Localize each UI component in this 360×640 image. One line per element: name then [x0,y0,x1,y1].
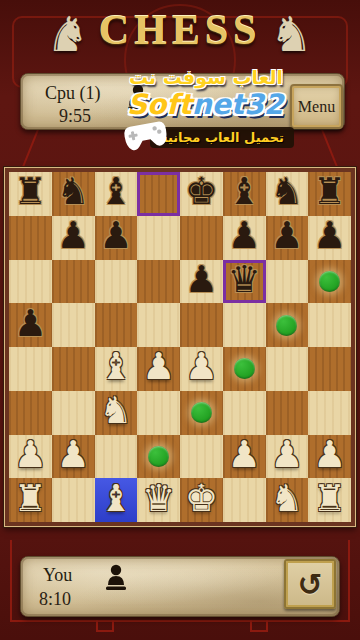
square-h5[interactable] [308,303,351,347]
square-c2[interactable] [95,435,138,479]
ornament-tab [96,620,114,632]
square-d8[interactable] [137,172,180,216]
ornament-line [21,125,40,168]
square-e5[interactable] [180,303,223,347]
square-b5[interactable] [52,303,95,347]
watermark-arabic-bottom: تحميل العاب مجانية [150,127,294,148]
square-f7[interactable]: ♟ [223,216,266,260]
square-f2[interactable]: ♟ [223,435,266,479]
piece-black-queen: ♛ [228,261,261,298]
square-f5[interactable] [223,303,266,347]
piece-black-knight: ♞ [270,173,303,210]
square-g8[interactable]: ♞ [266,172,309,216]
square-a3[interactable] [9,391,52,435]
square-h3[interactable] [308,391,351,435]
you-player-name: You [43,565,72,586]
square-a8[interactable]: ♜ [9,172,52,216]
piece-black-pawn: ♟ [185,261,218,298]
knight-logo-right-icon: ♞ [270,6,313,62]
legal-move-dot[interactable] [191,402,212,423]
piece-black-king: ♚ [185,173,218,210]
piece-black-pawn: ♟ [57,217,90,254]
square-a4[interactable] [9,347,52,391]
square-e6[interactable]: ♟ [180,260,223,304]
piece-white-pawn: ♟ [142,348,175,385]
square-b2[interactable]: ♟ [52,435,95,479]
square-a7[interactable] [9,216,52,260]
piece-white-knight: ♞ [99,392,132,429]
square-g7[interactable]: ♟ [266,216,309,260]
square-c6[interactable] [95,260,138,304]
square-a5[interactable]: ♟ [9,303,52,347]
cpu-avatar-icon [125,83,151,113]
square-c8[interactable]: ♝ [95,172,138,216]
square-e7[interactable] [180,216,223,260]
piece-black-pawn: ♟ [99,217,132,254]
chess-board-frame: ♜♞♝♚♝♞♜♟♟♟♟♟♟♛♟♝♟♟♞♟♟♟♟♟♜♝♛♚♞♜ [4,167,356,527]
square-h2[interactable]: ♟ [308,435,351,479]
square-f8[interactable]: ♝ [223,172,266,216]
square-f3[interactable] [223,391,266,435]
undo-arrow-icon: ↺ [297,567,322,602]
piece-white-bishop: ♝ [99,480,132,517]
cpu-player-name: Cpu (1) [45,83,101,104]
piece-black-pawn: ♟ [313,217,346,254]
square-b4[interactable] [52,347,95,391]
square-d2[interactable] [137,435,180,479]
piece-white-pawn: ♟ [14,436,47,473]
square-g1[interactable]: ♞ [266,478,309,522]
piece-black-rook: ♜ [313,173,346,210]
square-d4[interactable]: ♟ [137,347,180,391]
chess-board: ♜♞♝♚♝♞♜♟♟♟♟♟♟♛♟♝♟♟♞♟♟♟♟♟♜♝♛♚♞♜ [9,172,351,522]
piece-black-knight: ♞ [57,173,90,210]
square-a6[interactable] [9,260,52,304]
square-f4[interactable] [223,347,266,391]
square-h6[interactable] [308,260,351,304]
piece-white-queen: ♛ [142,480,175,517]
square-g5[interactable] [266,303,309,347]
square-d3[interactable] [137,391,180,435]
piece-black-bishop: ♝ [228,173,261,210]
piece-black-pawn: ♟ [228,217,261,254]
piece-black-bishop: ♝ [99,173,132,210]
piece-black-pawn: ♟ [270,217,303,254]
square-d1[interactable]: ♛ [137,478,180,522]
square-c5[interactable] [95,303,138,347]
legal-move-dot[interactable] [234,358,255,379]
square-e4[interactable]: ♟ [180,347,223,391]
piece-white-bishop: ♝ [99,348,132,385]
square-f1[interactable] [223,478,266,522]
legal-move-dot[interactable] [148,446,169,467]
piece-white-pawn: ♟ [228,436,261,473]
piece-black-pawn: ♟ [14,305,47,342]
square-e2[interactable] [180,435,223,479]
piece-white-king: ♚ [185,480,218,517]
chess-app-screen: ♞ CHESS ♞ Cpu (1) 9:55 Menu العاب سوفت ن… [0,0,360,640]
legal-move-dot[interactable] [276,315,297,336]
piece-white-pawn: ♟ [57,436,90,473]
ornament-tab [250,620,268,632]
piece-white-pawn: ♟ [313,436,346,473]
square-h8[interactable]: ♜ [308,172,351,216]
square-c1[interactable]: ♝ [95,478,138,522]
square-b8[interactable]: ♞ [52,172,95,216]
square-b1[interactable] [52,478,95,522]
square-b7[interactable]: ♟ [52,216,95,260]
square-b6[interactable] [52,260,95,304]
square-c3[interactable]: ♞ [95,391,138,435]
square-g3[interactable] [266,391,309,435]
you-avatar-icon [103,563,129,593]
piece-white-rook: ♜ [14,480,47,517]
square-g4[interactable] [266,347,309,391]
square-e8[interactable]: ♚ [180,172,223,216]
menu-button-label: Menu [298,98,335,116]
square-g2[interactable]: ♟ [266,435,309,479]
square-f6[interactable]: ♛ [223,260,266,304]
square-d6[interactable] [137,260,180,304]
square-g6[interactable] [266,260,309,304]
piece-white-pawn: ♟ [185,348,218,385]
legal-move-dot[interactable] [319,271,340,292]
you-player-clock: 8:10 [39,589,71,610]
piece-white-rook: ♜ [313,480,346,517]
square-a1[interactable]: ♜ [9,478,52,522]
square-e1[interactable]: ♚ [180,478,223,522]
piece-white-pawn: ♟ [270,436,303,473]
undo-button[interactable]: ↺ [284,559,336,609]
square-h7[interactable]: ♟ [308,216,351,260]
square-d5[interactable] [137,303,180,347]
square-a2[interactable]: ♟ [9,435,52,479]
square-h1[interactable]: ♜ [308,478,351,522]
square-d7[interactable] [137,216,180,260]
square-e3[interactable] [180,391,223,435]
menu-button[interactable]: Menu [290,84,343,129]
piece-black-rook: ♜ [14,173,47,210]
piece-white-knight: ♞ [270,480,303,517]
you-player-bar: You 8:10 ↺ [20,556,340,617]
cpu-player-clock: 9:55 [59,106,91,127]
square-c4[interactable]: ♝ [95,347,138,391]
square-c7[interactable]: ♟ [95,216,138,260]
square-b3[interactable] [52,391,95,435]
square-h4[interactable] [308,347,351,391]
ornament-line [319,125,338,168]
